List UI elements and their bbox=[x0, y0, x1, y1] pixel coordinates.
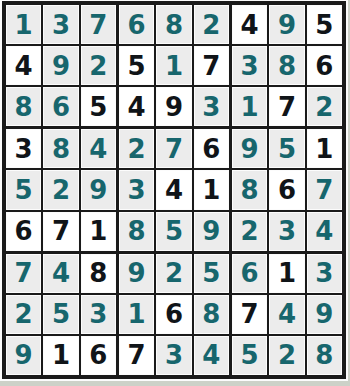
sudoku-box-8: 925168734 bbox=[119, 254, 229, 375]
cell-r6c8[interactable]: 3 bbox=[269, 212, 304, 251]
cell-r8c6[interactable]: 8 bbox=[194, 295, 229, 334]
cell-r2c9[interactable]: 6 bbox=[307, 46, 342, 85]
sudoku-box-9: 613749528 bbox=[232, 254, 342, 375]
cell-r6c7[interactable]: 2 bbox=[232, 212, 267, 251]
cell-r3c1[interactable]: 8 bbox=[6, 87, 41, 126]
cell-r5c7[interactable]: 8 bbox=[232, 170, 267, 209]
cell-r5c8[interactable]: 6 bbox=[269, 170, 304, 209]
cell-r2c8[interactable]: 8 bbox=[269, 46, 304, 85]
cell-r4c7[interactable]: 9 bbox=[232, 129, 267, 168]
cell-r9c7[interactable]: 5 bbox=[232, 336, 267, 375]
cell-r2c4[interactable]: 5 bbox=[119, 46, 154, 85]
cell-r9c8[interactable]: 2 bbox=[269, 336, 304, 375]
cell-r9c9[interactable]: 8 bbox=[307, 336, 342, 375]
cell-r4c9[interactable]: 1 bbox=[307, 129, 342, 168]
cell-r4c2[interactable]: 8 bbox=[43, 129, 78, 168]
cell-r7c8[interactable]: 1 bbox=[269, 254, 304, 293]
sudoku-box-4: 384529671 bbox=[6, 129, 116, 250]
cell-r4c5[interactable]: 7 bbox=[156, 129, 191, 168]
cell-r7c5[interactable]: 2 bbox=[156, 254, 191, 293]
sudoku-box-1: 137492865 bbox=[6, 5, 116, 126]
cell-r7c9[interactable]: 3 bbox=[307, 254, 342, 293]
cell-r5c4[interactable]: 3 bbox=[119, 170, 154, 209]
cell-r7c2[interactable]: 4 bbox=[43, 254, 78, 293]
cell-r5c5[interactable]: 4 bbox=[156, 170, 191, 209]
cell-r4c4[interactable]: 2 bbox=[119, 129, 154, 168]
cell-r9c6[interactable]: 4 bbox=[194, 336, 229, 375]
cell-r2c6[interactable]: 7 bbox=[194, 46, 229, 85]
cell-r1c3[interactable]: 7 bbox=[81, 5, 116, 44]
cell-r1c8[interactable]: 9 bbox=[269, 5, 304, 44]
cell-r2c7[interactable]: 3 bbox=[232, 46, 267, 85]
cell-r8c3[interactable]: 3 bbox=[81, 295, 116, 334]
cell-r4c8[interactable]: 5 bbox=[269, 129, 304, 168]
cell-r9c1[interactable]: 9 bbox=[6, 336, 41, 375]
cell-r6c1[interactable]: 6 bbox=[6, 212, 41, 251]
cell-r3c8[interactable]: 7 bbox=[269, 87, 304, 126]
cell-r8c8[interactable]: 4 bbox=[269, 295, 304, 334]
cell-r1c5[interactable]: 8 bbox=[156, 5, 191, 44]
cell-r8c9[interactable]: 9 bbox=[307, 295, 342, 334]
cell-r9c5[interactable]: 3 bbox=[156, 336, 191, 375]
cell-r2c3[interactable]: 2 bbox=[81, 46, 116, 85]
cell-r1c4[interactable]: 6 bbox=[119, 5, 154, 44]
cell-r3c3[interactable]: 5 bbox=[81, 87, 116, 126]
sudoku-box-5: 276341859 bbox=[119, 129, 229, 250]
cell-r1c1[interactable]: 1 bbox=[6, 5, 41, 44]
cell-r5c2[interactable]: 2 bbox=[43, 170, 78, 209]
cell-r6c4[interactable]: 8 bbox=[119, 212, 154, 251]
sudoku-box-6: 951867234 bbox=[232, 129, 342, 250]
cell-r7c3[interactable]: 8 bbox=[81, 254, 116, 293]
cell-r7c6[interactable]: 5 bbox=[194, 254, 229, 293]
cell-r9c3[interactable]: 6 bbox=[81, 336, 116, 375]
cell-r6c6[interactable]: 9 bbox=[194, 212, 229, 251]
cell-r3c5[interactable]: 9 bbox=[156, 87, 191, 126]
cell-r4c6[interactable]: 6 bbox=[194, 129, 229, 168]
cell-r4c1[interactable]: 3 bbox=[6, 129, 41, 168]
cell-r9c4[interactable]: 7 bbox=[119, 336, 154, 375]
cell-r6c5[interactable]: 5 bbox=[156, 212, 191, 251]
cell-r7c4[interactable]: 9 bbox=[119, 254, 154, 293]
sudoku-box-7: 748253916 bbox=[6, 254, 116, 375]
cell-r3c4[interactable]: 4 bbox=[119, 87, 154, 126]
cell-r8c1[interactable]: 2 bbox=[6, 295, 41, 334]
cell-r1c7[interactable]: 4 bbox=[232, 5, 267, 44]
cell-r8c5[interactable]: 6 bbox=[156, 295, 191, 334]
sudoku-board: 1374928656825174934953861723845296712763… bbox=[2, 1, 346, 379]
cell-r3c7[interactable]: 1 bbox=[232, 87, 267, 126]
cell-r6c2[interactable]: 7 bbox=[43, 212, 78, 251]
cell-r2c5[interactable]: 1 bbox=[156, 46, 191, 85]
cell-r5c6[interactable]: 1 bbox=[194, 170, 229, 209]
cell-r8c7[interactable]: 7 bbox=[232, 295, 267, 334]
cell-r2c1[interactable]: 4 bbox=[6, 46, 41, 85]
cell-r5c1[interactable]: 5 bbox=[6, 170, 41, 209]
cell-r6c3[interactable]: 1 bbox=[81, 212, 116, 251]
cell-r2c2[interactable]: 9 bbox=[43, 46, 78, 85]
cell-r1c6[interactable]: 2 bbox=[194, 5, 229, 44]
cell-r7c7[interactable]: 6 bbox=[232, 254, 267, 293]
cell-r4c3[interactable]: 4 bbox=[81, 129, 116, 168]
cell-r5c3[interactable]: 9 bbox=[81, 170, 116, 209]
cell-r5c9[interactable]: 7 bbox=[307, 170, 342, 209]
cell-r3c2[interactable]: 6 bbox=[43, 87, 78, 126]
sudoku-box-2: 682517493 bbox=[119, 5, 229, 126]
cell-r7c1[interactable]: 7 bbox=[6, 254, 41, 293]
cell-r1c9[interactable]: 5 bbox=[307, 5, 342, 44]
cell-r6c9[interactable]: 4 bbox=[307, 212, 342, 251]
cell-r3c6[interactable]: 3 bbox=[194, 87, 229, 126]
sudoku-box-3: 495386172 bbox=[232, 5, 342, 126]
cell-r8c2[interactable]: 5 bbox=[43, 295, 78, 334]
cell-r1c2[interactable]: 3 bbox=[43, 5, 78, 44]
cell-r3c9[interactable]: 2 bbox=[307, 87, 342, 126]
page: 1374928656825174934953861723845296712763… bbox=[0, 0, 350, 386]
cell-r8c4[interactable]: 1 bbox=[119, 295, 154, 334]
cell-r9c2[interactable]: 1 bbox=[43, 336, 78, 375]
